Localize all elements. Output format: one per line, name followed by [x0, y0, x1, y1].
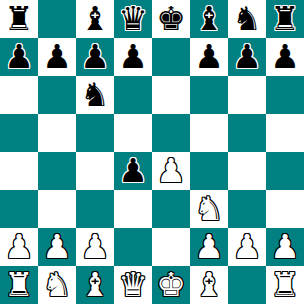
- black-rook: ♜: [4, 2, 34, 35]
- square-d1[interactable]: ♛: [114, 266, 152, 304]
- square-d8[interactable]: ♛: [114, 0, 152, 38]
- white-queen: ♛: [118, 268, 148, 301]
- white-knight: ♞: [194, 192, 224, 225]
- white-pawn: ♟: [232, 230, 262, 263]
- white-pawn: ♟: [156, 154, 186, 187]
- square-e4[interactable]: ♟: [152, 152, 190, 190]
- white-king: ♚: [156, 268, 186, 301]
- square-e6[interactable]: [152, 76, 190, 114]
- square-b3[interactable]: [38, 190, 76, 228]
- black-pawn: ♟: [270, 40, 300, 73]
- white-bishop: ♝: [80, 268, 110, 301]
- square-g7[interactable]: ♟: [228, 38, 266, 76]
- square-c8[interactable]: ♝: [76, 0, 114, 38]
- black-pawn: ♟: [118, 40, 148, 73]
- black-pawn: ♟: [232, 40, 262, 73]
- white-knight: ♞: [42, 268, 72, 301]
- white-pawn: ♟: [80, 230, 110, 263]
- square-c3[interactable]: [76, 190, 114, 228]
- square-h6[interactable]: [266, 76, 304, 114]
- square-d7[interactable]: ♟: [114, 38, 152, 76]
- square-a7[interactable]: ♟: [0, 38, 38, 76]
- square-e1[interactable]: ♚: [152, 266, 190, 304]
- black-rook: ♜: [270, 2, 300, 35]
- square-e7[interactable]: [152, 38, 190, 76]
- square-a3[interactable]: [0, 190, 38, 228]
- white-pawn: ♟: [42, 230, 72, 263]
- square-g5[interactable]: [228, 114, 266, 152]
- square-c6[interactable]: ♞: [76, 76, 114, 114]
- square-g6[interactable]: [228, 76, 266, 114]
- square-g4[interactable]: [228, 152, 266, 190]
- black-bishop: ♝: [80, 2, 110, 35]
- square-e3[interactable]: [152, 190, 190, 228]
- square-b4[interactable]: [38, 152, 76, 190]
- square-g8[interactable]: ♞: [228, 0, 266, 38]
- square-d2[interactable]: [114, 228, 152, 266]
- square-e5[interactable]: [152, 114, 190, 152]
- square-a1[interactable]: ♜: [0, 266, 38, 304]
- white-rook: ♜: [270, 268, 300, 301]
- white-pawn: ♟: [270, 230, 300, 263]
- square-h7[interactable]: ♟: [266, 38, 304, 76]
- square-a5[interactable]: [0, 114, 38, 152]
- square-f5[interactable]: [190, 114, 228, 152]
- black-pawn: ♟: [4, 40, 34, 73]
- square-g3[interactable]: [228, 190, 266, 228]
- square-h8[interactable]: ♜: [266, 0, 304, 38]
- square-c1[interactable]: ♝: [76, 266, 114, 304]
- square-f3[interactable]: ♞: [190, 190, 228, 228]
- square-h1[interactable]: ♜: [266, 266, 304, 304]
- square-f4[interactable]: [190, 152, 228, 190]
- square-f6[interactable]: [190, 76, 228, 114]
- black-knight: ♞: [80, 78, 110, 111]
- square-h5[interactable]: [266, 114, 304, 152]
- square-f7[interactable]: ♟: [190, 38, 228, 76]
- square-d4[interactable]: ♟: [114, 152, 152, 190]
- white-pawn: ♟: [4, 230, 34, 263]
- square-b7[interactable]: ♟: [38, 38, 76, 76]
- white-rook: ♜: [4, 268, 34, 301]
- square-g2[interactable]: ♟: [228, 228, 266, 266]
- square-b6[interactable]: [38, 76, 76, 114]
- square-d5[interactable]: [114, 114, 152, 152]
- square-a2[interactable]: ♟: [0, 228, 38, 266]
- square-h4[interactable]: [266, 152, 304, 190]
- black-bishop: ♝: [194, 2, 224, 35]
- square-c4[interactable]: [76, 152, 114, 190]
- black-pawn: ♟: [118, 154, 148, 187]
- square-a6[interactable]: [0, 76, 38, 114]
- square-a8[interactable]: ♜: [0, 0, 38, 38]
- black-pawn: ♟: [194, 40, 224, 73]
- black-knight: ♞: [232, 2, 262, 35]
- square-a4[interactable]: [0, 152, 38, 190]
- square-d3[interactable]: [114, 190, 152, 228]
- black-pawn: ♟: [80, 40, 110, 73]
- black-king: ♚: [156, 2, 186, 35]
- square-g1[interactable]: [228, 266, 266, 304]
- black-pawn: ♟: [42, 40, 72, 73]
- square-b8[interactable]: [38, 0, 76, 38]
- square-b5[interactable]: [38, 114, 76, 152]
- square-e8[interactable]: ♚: [152, 0, 190, 38]
- white-bishop: ♝: [194, 268, 224, 301]
- square-f8[interactable]: ♝: [190, 0, 228, 38]
- black-queen: ♛: [118, 2, 148, 35]
- chess-board: ♜♝♛♚♝♞♜♟♟♟♟♟♟♟♞♟♟♞♟♟♟♟♟♟♜♞♝♛♚♝♜: [0, 0, 304, 304]
- square-f1[interactable]: ♝: [190, 266, 228, 304]
- square-c2[interactable]: ♟: [76, 228, 114, 266]
- white-pawn: ♟: [194, 230, 224, 263]
- square-c5[interactable]: [76, 114, 114, 152]
- square-c7[interactable]: ♟: [76, 38, 114, 76]
- square-b1[interactable]: ♞: [38, 266, 76, 304]
- square-h2[interactable]: ♟: [266, 228, 304, 266]
- square-b2[interactable]: ♟: [38, 228, 76, 266]
- square-e2[interactable]: [152, 228, 190, 266]
- square-h3[interactable]: [266, 190, 304, 228]
- square-d6[interactable]: [114, 76, 152, 114]
- square-f2[interactable]: ♟: [190, 228, 228, 266]
